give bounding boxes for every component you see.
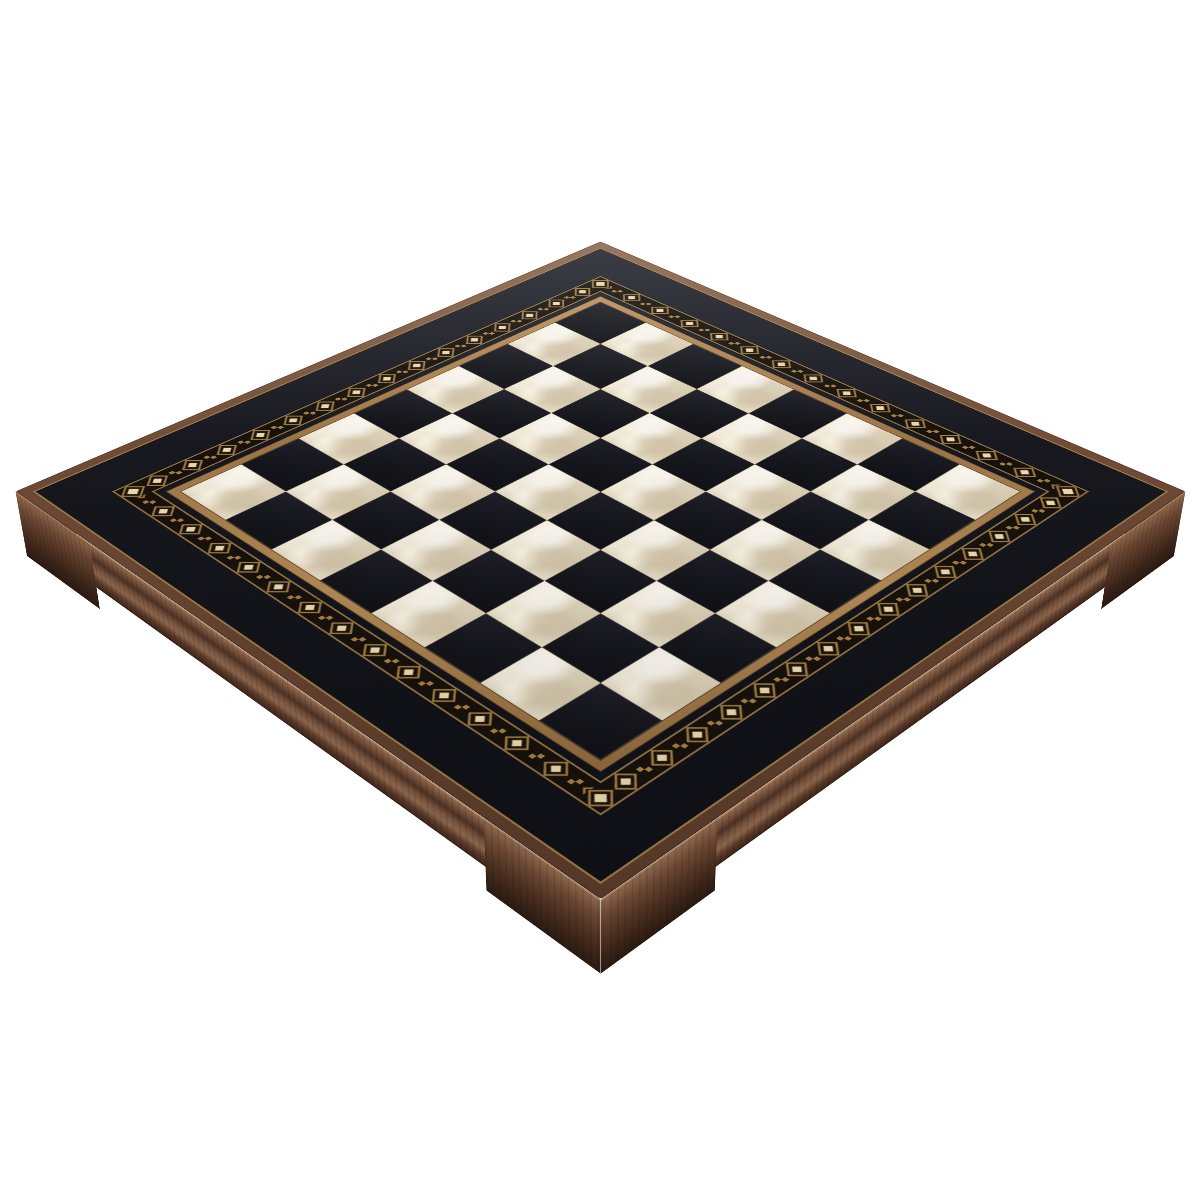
inlay-checker [924, 577, 939, 586]
square-r6c6[interactable] [542, 613, 660, 683]
square-r5c4[interactable] [491, 520, 601, 581]
square-r7c5[interactable] [424, 613, 542, 683]
square-r5c6[interactable] [601, 581, 716, 648]
inlay-checker [866, 614, 882, 623]
inlay-checker [318, 613, 334, 622]
inlay-checker [287, 593, 302, 602]
inlay-checker [567, 776, 584, 787]
inlay-diamond [925, 560, 967, 584]
inlay-diamond [532, 753, 580, 784]
inlay-checker [142, 498, 156, 506]
square-r3c5[interactable] [654, 492, 761, 550]
inlay-diamond [639, 742, 687, 773]
square-r6c3[interactable] [381, 520, 491, 581]
inlay-checker [384, 656, 400, 666]
square-r7c2[interactable] [272, 520, 382, 581]
square-r4c6[interactable] [657, 550, 769, 614]
board-top-walnut-rim [16, 242, 1186, 900]
square-r1c7[interactable] [868, 492, 975, 550]
inlay-diamond [199, 537, 240, 560]
inlay-checker [672, 741, 689, 752]
inlay-checker [418, 679, 434, 689]
square-r5c5[interactable] [544, 550, 656, 614]
inlay-checker [1005, 524, 1020, 532]
inlay-checker [490, 726, 507, 737]
inlay-diamond [602, 766, 650, 797]
inlay-diamond [143, 500, 183, 522]
inlay-diamond [353, 637, 397, 663]
inlay-diamond [320, 616, 363, 642]
inlay-diamond [421, 681, 467, 709]
square-r3c6[interactable] [710, 520, 820, 581]
inlay-corner-motif [578, 783, 624, 813]
inlay-diamond [494, 729, 541, 759]
inlay-checker [979, 541, 994, 549]
inlay-checker [836, 634, 852, 643]
square-r6c4[interactable] [432, 550, 544, 614]
square-r4c4[interactable] [547, 492, 654, 550]
inlay-checker [528, 751, 545, 762]
square-r3c7[interactable] [769, 550, 881, 614]
inlay-diamond [867, 597, 910, 622]
inlay-diamond [837, 616, 880, 642]
inlay-checker [896, 595, 911, 604]
square-r7c6[interactable] [480, 647, 600, 720]
inlay-diamond [775, 656, 820, 683]
inlay-checker [773, 675, 789, 685]
square-r4c5[interactable] [601, 520, 711, 581]
inlay-checker [170, 516, 184, 524]
square-r4c7[interactable] [715, 581, 830, 648]
inlay-checker [805, 654, 821, 664]
inlay-diamond [742, 676, 787, 704]
inlay-checker [350, 634, 366, 643]
square-r2c7[interactable] [820, 520, 930, 581]
inlay-checker [1031, 507, 1045, 515]
square-r6c2[interactable] [333, 492, 440, 550]
inlay-diamond [258, 575, 300, 599]
square-r6c7[interactable] [601, 647, 721, 720]
inlay-checker [226, 553, 241, 561]
inlay-diamond [386, 659, 431, 686]
inlay-checker [453, 702, 470, 712]
inlay-diamond [1031, 492, 1070, 513]
field [181, 302, 1020, 760]
inlay-checker [256, 573, 271, 582]
product-photo-scene [0, 0, 1200, 1200]
inlay-diamond [1006, 508, 1046, 530]
square-r6c5[interactable] [486, 581, 601, 648]
square-r7c7[interactable] [539, 683, 662, 760]
inlay-diamond [288, 595, 331, 620]
square-r7c1[interactable] [226, 492, 333, 550]
square-r5c3[interactable] [440, 492, 547, 550]
square-r2c6[interactable] [761, 492, 868, 550]
inlay-checker [952, 558, 967, 566]
inlay-diamond [674, 720, 721, 750]
square-r7c3[interactable] [320, 550, 432, 614]
inlay-diamond [896, 578, 938, 602]
inlay-diamond [952, 542, 993, 565]
inlay-diamond [807, 635, 851, 661]
inlay-diamond [457, 705, 503, 734]
chess-board [16, 242, 1186, 900]
square-r5c7[interactable] [659, 613, 777, 683]
inlay-diamond [979, 525, 1019, 547]
black-border [33, 248, 1169, 884]
inlay-checker [1037, 477, 1051, 484]
inlay-diamond [709, 698, 755, 727]
inlay-checker [740, 696, 756, 706]
inlay-checker [707, 718, 724, 728]
inlay-diamond [571, 779, 620, 811]
inlay-checker [636, 764, 653, 775]
inlay-diamond [228, 556, 269, 580]
square-r7c4[interactable] [371, 581, 486, 648]
inlay-checker [198, 535, 213, 543]
inlay-diamond [171, 518, 211, 540]
